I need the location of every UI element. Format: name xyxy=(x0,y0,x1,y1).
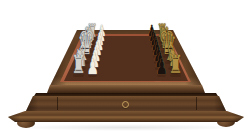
piece-shadow xyxy=(160,45,170,48)
piece-shadow xyxy=(160,50,173,53)
piece-shadow xyxy=(75,67,86,70)
piece-shadow xyxy=(97,41,104,44)
piece-shadow xyxy=(159,41,168,44)
piece-shadow xyxy=(93,55,101,58)
piece-shadow xyxy=(88,37,96,40)
piece-shadow xyxy=(90,67,99,70)
piece-shadow xyxy=(91,61,100,64)
piece-shadow xyxy=(170,74,181,77)
piece-shadow xyxy=(162,55,175,58)
piece-shadow xyxy=(155,67,164,70)
chess-set-photo: ♜♞♝♛♚♝♞♜♟♟♟♟♟♟♟♟♟♟♟♟♟♟♟♟♜♞♝♛♚♝♞♜ xyxy=(0,0,250,132)
piece-shadow xyxy=(73,74,84,77)
piece-shadow xyxy=(150,41,157,44)
chess-pieces-layer: ♜♞♝♛♚♝♞♜♟♟♟♟♟♟♟♟♟♟♟♟♟♟♟♟♜♞♝♛♚♝♞♜ xyxy=(0,0,250,132)
piece-shadow xyxy=(153,55,161,58)
piece-shadow xyxy=(149,37,156,40)
piece-shadow xyxy=(78,61,89,64)
piece-shadow xyxy=(95,50,103,53)
piece-shadow xyxy=(168,67,179,70)
piece-shadow xyxy=(98,37,105,40)
piece-shadow xyxy=(165,61,176,64)
piece-shadow xyxy=(152,50,160,53)
piece-shadow xyxy=(96,45,103,48)
piece-shadow xyxy=(157,74,166,77)
piece-shadow xyxy=(88,74,97,77)
piece-shadow xyxy=(86,41,95,44)
piece-shadow xyxy=(158,37,166,40)
piece-shadow xyxy=(81,50,94,53)
piece-shadow xyxy=(151,45,158,48)
piece-shadow xyxy=(84,45,94,48)
piece-shadow xyxy=(154,61,163,64)
piece-shadow xyxy=(79,55,92,58)
